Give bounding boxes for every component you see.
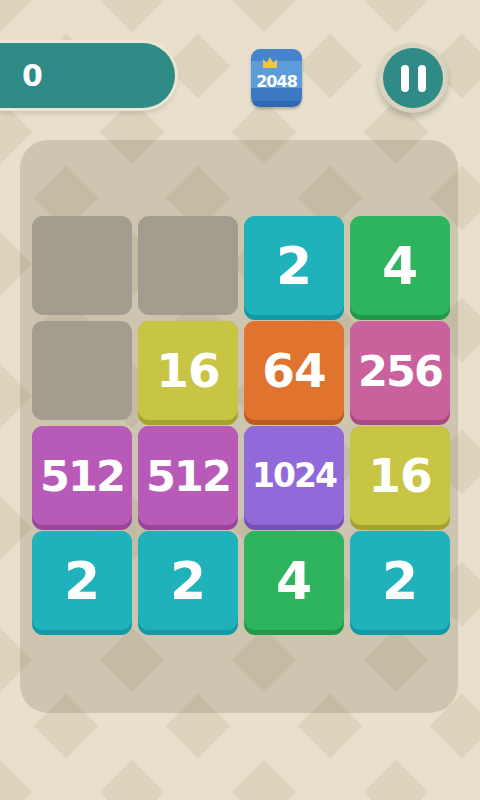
background-diamond bbox=[231, 0, 296, 33]
tile-1024: 1024 bbox=[244, 426, 344, 525]
pause-button[interactable] bbox=[378, 43, 448, 113]
board-cell: 4 bbox=[350, 216, 450, 315]
board-cell: 512 bbox=[32, 426, 132, 525]
tile-2: 2 bbox=[138, 531, 238, 630]
tile-grid: 2416642565125121024162242 bbox=[32, 216, 450, 630]
game-screen: 2416642565125121024162242 0 2048 bbox=[0, 0, 480, 800]
tile-256: 256 bbox=[350, 321, 450, 420]
background-diamond bbox=[99, 0, 164, 33]
board-cell: 256 bbox=[350, 321, 450, 420]
tile-512: 512 bbox=[32, 426, 132, 525]
empty-cell bbox=[32, 216, 132, 315]
background-diamond bbox=[297, 33, 362, 98]
board-cell: 4 bbox=[244, 531, 344, 630]
pause-icon bbox=[383, 48, 443, 108]
tile-512: 512 bbox=[138, 426, 238, 525]
background-diamond bbox=[165, 33, 230, 98]
board-cell: 2 bbox=[244, 216, 344, 315]
empty-cell bbox=[138, 216, 238, 315]
tile-2: 2 bbox=[32, 531, 132, 630]
score-pill: 0 bbox=[0, 43, 175, 108]
board-cell: 512 bbox=[138, 426, 238, 525]
tile-16: 16 bbox=[350, 426, 450, 525]
score-value: 0 bbox=[22, 58, 43, 93]
tile-2: 2 bbox=[244, 216, 344, 315]
tile-2: 2 bbox=[350, 531, 450, 630]
tile-64: 64 bbox=[244, 321, 344, 420]
tile-4: 4 bbox=[350, 216, 450, 315]
background-diamond bbox=[363, 759, 428, 800]
background-diamond bbox=[363, 0, 428, 33]
background-diamond bbox=[99, 759, 164, 800]
game-board[interactable]: 2416642565125121024162242 bbox=[20, 140, 458, 713]
board-cell: 2 bbox=[138, 531, 238, 630]
board-cell: 1024 bbox=[244, 426, 344, 525]
tile-4: 4 bbox=[244, 531, 344, 630]
board-cell: 16 bbox=[350, 426, 450, 525]
board-cell: 2 bbox=[32, 531, 132, 630]
tile-16: 16 bbox=[138, 321, 238, 420]
empty-cell bbox=[32, 321, 132, 420]
background-diamond bbox=[0, 759, 33, 800]
board-cell: 16 bbox=[138, 321, 238, 420]
background-diamond bbox=[0, 0, 33, 33]
pause-bar-left bbox=[401, 65, 409, 92]
pause-bar-right bbox=[418, 65, 426, 92]
board-cell: 64 bbox=[244, 321, 344, 420]
board-cell: 2 bbox=[350, 531, 450, 630]
background-diamond bbox=[231, 759, 296, 800]
